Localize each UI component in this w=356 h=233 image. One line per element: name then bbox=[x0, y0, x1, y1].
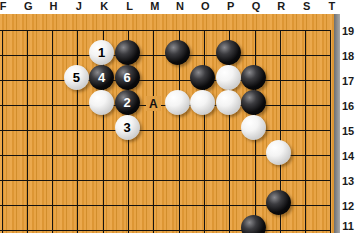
move-number: 3 bbox=[123, 120, 130, 135]
row-label-17: 17 bbox=[340, 74, 356, 88]
grid-line-horizontal bbox=[0, 230, 331, 231]
white-stone-p17[interactable] bbox=[216, 65, 241, 90]
grid-line-vertical bbox=[330, 30, 331, 233]
grid-line-vertical bbox=[77, 30, 78, 233]
black-stone-l17[interactable]: 6 bbox=[115, 65, 140, 90]
black-stone-p18[interactable] bbox=[216, 40, 241, 65]
black-stone-l16[interactable]: 2 bbox=[115, 90, 140, 115]
grid-line-horizontal bbox=[0, 130, 331, 131]
move-number: 1 bbox=[98, 45, 105, 60]
column-label-J: J bbox=[69, 0, 89, 14]
column-label-Q: Q bbox=[246, 0, 266, 14]
grid-line-vertical bbox=[153, 30, 154, 233]
grid-line-vertical bbox=[27, 30, 28, 233]
grid-line-vertical bbox=[2, 30, 3, 233]
grid-line-vertical bbox=[52, 30, 53, 233]
black-stone-q11[interactable] bbox=[241, 215, 266, 233]
grid-line-vertical bbox=[305, 30, 306, 233]
row-label-15: 15 bbox=[340, 124, 356, 138]
black-stone-n18[interactable] bbox=[165, 40, 190, 65]
point-label-A[interactable]: A bbox=[146, 96, 161, 111]
row-label-13: 13 bbox=[340, 174, 356, 188]
column-label-O: O bbox=[195, 0, 215, 14]
row-label-16: 16 bbox=[340, 99, 356, 113]
white-stone-j17[interactable]: 5 bbox=[64, 65, 89, 90]
grid-line-vertical bbox=[204, 30, 205, 233]
white-stone-l15[interactable]: 3 bbox=[115, 115, 140, 140]
column-label-L: L bbox=[120, 0, 140, 14]
black-stone-q16[interactable] bbox=[241, 90, 266, 115]
column-label-T: T bbox=[322, 0, 342, 14]
column-label-S: S bbox=[297, 0, 317, 14]
white-stone-p16[interactable] bbox=[216, 90, 241, 115]
grid-line-horizontal bbox=[0, 80, 331, 81]
move-number: 2 bbox=[123, 95, 130, 110]
white-stone-q15[interactable] bbox=[241, 115, 266, 140]
row-label-18: 18 bbox=[340, 49, 356, 63]
row-label-19: 19 bbox=[340, 24, 356, 38]
black-stone-q17[interactable] bbox=[241, 65, 266, 90]
column-label-K: K bbox=[94, 0, 114, 14]
column-label-F: F bbox=[0, 0, 13, 14]
column-label-G: G bbox=[18, 0, 38, 14]
column-label-H: H bbox=[44, 0, 64, 14]
row-label-11: 11 bbox=[340, 219, 356, 233]
column-label-P: P bbox=[221, 0, 241, 14]
move-number: 6 bbox=[123, 70, 130, 85]
move-number: 4 bbox=[98, 70, 105, 85]
move-number: 5 bbox=[73, 70, 80, 85]
grid-line-horizontal bbox=[0, 180, 331, 181]
row-label-14: 14 bbox=[340, 149, 356, 163]
column-label-N: N bbox=[170, 0, 190, 14]
column-label-R: R bbox=[271, 0, 291, 14]
white-stone-n16[interactable] bbox=[165, 90, 190, 115]
column-label-M: M bbox=[145, 0, 165, 14]
row-label-12: 12 bbox=[340, 199, 356, 213]
go-board-diagram: FGHJKLMNOPQRST 191817161514131211 A 1546… bbox=[0, 0, 356, 233]
grid-line-horizontal bbox=[0, 30, 331, 31]
black-stone-l18[interactable] bbox=[115, 40, 140, 65]
